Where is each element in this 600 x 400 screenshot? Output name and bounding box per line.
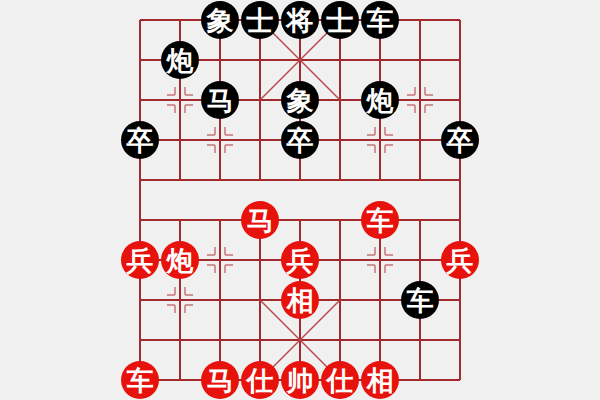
intersection-2-0[interactable]: 象 — [200, 0, 240, 40]
piece-black-chariot[interactable]: 车 — [401, 281, 439, 319]
piece-red-elephant[interactable]: 相 — [281, 281, 319, 319]
intersection-8-0[interactable] — [440, 0, 480, 40]
intersection-7-7[interactable]: 车 — [400, 280, 440, 320]
intersection-6-1[interactable] — [360, 40, 400, 80]
piece-black-elephant[interactable]: 象 — [201, 1, 239, 39]
intersection-5-3[interactable] — [320, 120, 360, 160]
intersection-7-3[interactable] — [400, 120, 440, 160]
piece-black-soldier[interactable]: 卒 — [121, 121, 159, 159]
piece-black-elephant[interactable]: 象 — [281, 81, 319, 119]
intersection-6-2[interactable]: 炮 — [360, 80, 400, 120]
xiangqi-screenshot: 象士将士车炮马象炮卒卒卒马车兵炮兵兵相车车马仕帅仕相 — [0, 0, 600, 400]
intersection-4-4[interactable] — [280, 160, 320, 200]
intersection-1-4[interactable] — [160, 160, 200, 200]
intersection-4-7[interactable]: 相 — [280, 280, 320, 320]
intersection-6-7[interactable] — [360, 280, 400, 320]
intersection-8-7[interactable] — [440, 280, 480, 320]
board-grid: 象士将士车炮马象炮卒卒卒马车兵炮兵兵相车车马仕帅仕相 — [120, 0, 480, 400]
intersection-8-2[interactable] — [440, 80, 480, 120]
intersection-8-3[interactable]: 卒 — [440, 120, 480, 160]
intersection-6-0[interactable]: 车 — [360, 0, 400, 40]
intersection-8-4[interactable] — [440, 160, 480, 200]
intersection-2-7[interactable] — [200, 280, 240, 320]
intersection-5-9[interactable]: 仕 — [320, 360, 360, 400]
intersection-5-7[interactable] — [320, 280, 360, 320]
intersection-1-9[interactable] — [160, 360, 200, 400]
intersection-5-6[interactable] — [320, 240, 360, 280]
intersection-7-5[interactable] — [400, 200, 440, 240]
intersection-8-6[interactable]: 兵 — [440, 240, 480, 280]
intersection-6-8[interactable] — [360, 320, 400, 360]
intersection-2-2[interactable]: 马 — [200, 80, 240, 120]
intersection-3-7[interactable] — [240, 280, 280, 320]
intersection-8-8[interactable] — [440, 320, 480, 360]
intersection-1-8[interactable] — [160, 320, 200, 360]
piece-black-soldier[interactable]: 卒 — [281, 121, 319, 159]
intersection-3-1[interactable] — [240, 40, 280, 80]
intersection-6-9[interactable]: 相 — [360, 360, 400, 400]
piece-red-soldier[interactable]: 兵 — [121, 241, 159, 279]
intersection-6-3[interactable] — [360, 120, 400, 160]
intersection-4-0[interactable]: 将 — [280, 0, 320, 40]
intersection-1-5[interactable] — [160, 200, 200, 240]
piece-red-elephant[interactable]: 相 — [361, 361, 399, 399]
intersection-3-6[interactable] — [240, 240, 280, 280]
piece-black-horse[interactable]: 马 — [201, 81, 239, 119]
intersection-0-0[interactable] — [120, 0, 160, 40]
intersection-0-4[interactable] — [120, 160, 160, 200]
intersection-8-5[interactable] — [440, 200, 480, 240]
intersection-2-8[interactable] — [200, 320, 240, 360]
intersection-4-9[interactable]: 帅 — [280, 360, 320, 400]
intersection-3-9[interactable]: 仕 — [240, 360, 280, 400]
piece-red-chariot[interactable]: 车 — [121, 361, 159, 399]
intersection-3-3[interactable] — [240, 120, 280, 160]
intersection-5-0[interactable]: 士 — [320, 0, 360, 40]
intersection-7-4[interactable] — [400, 160, 440, 200]
intersection-7-8[interactable] — [400, 320, 440, 360]
piece-red-soldier[interactable]: 兵 — [441, 241, 479, 279]
intersection-0-9[interactable]: 车 — [120, 360, 160, 400]
intersection-0-7[interactable] — [120, 280, 160, 320]
piece-red-horse[interactable]: 马 — [201, 361, 239, 399]
piece-red-cannon[interactable]: 炮 — [161, 241, 199, 279]
intersection-4-6[interactable]: 兵 — [280, 240, 320, 280]
intersection-2-5[interactable] — [200, 200, 240, 240]
intersection-2-9[interactable]: 马 — [200, 360, 240, 400]
piece-red-soldier[interactable]: 兵 — [281, 241, 319, 279]
intersection-4-1[interactable] — [280, 40, 320, 80]
piece-black-soldier[interactable]: 卒 — [441, 121, 479, 159]
piece-red-horse[interactable]: 马 — [241, 201, 279, 239]
intersection-1-0[interactable] — [160, 0, 200, 40]
intersection-0-2[interactable] — [120, 80, 160, 120]
intersection-1-7[interactable] — [160, 280, 200, 320]
intersection-1-3[interactable] — [160, 120, 200, 160]
intersection-7-2[interactable] — [400, 80, 440, 120]
piece-black-chariot[interactable]: 车 — [361, 1, 399, 39]
intersection-5-5[interactable] — [320, 200, 360, 240]
piece-black-advisor[interactable]: 士 — [241, 1, 279, 39]
intersection-3-0[interactable]: 士 — [240, 0, 280, 40]
piece-red-advisor[interactable]: 仕 — [321, 361, 359, 399]
intersection-7-9[interactable] — [400, 360, 440, 400]
intersection-6-6[interactable] — [360, 240, 400, 280]
intersection-3-8[interactable] — [240, 320, 280, 360]
intersection-5-8[interactable] — [320, 320, 360, 360]
intersection-0-8[interactable] — [120, 320, 160, 360]
intersection-6-5[interactable]: 车 — [360, 200, 400, 240]
intersection-8-9[interactable] — [440, 360, 480, 400]
piece-black-cannon[interactable]: 炮 — [161, 41, 199, 79]
intersection-4-5[interactable] — [280, 200, 320, 240]
intersection-4-3[interactable]: 卒 — [280, 120, 320, 160]
intersection-0-1[interactable] — [120, 40, 160, 80]
intersection-5-4[interactable] — [320, 160, 360, 200]
intersection-3-4[interactable] — [240, 160, 280, 200]
intersection-3-5[interactable]: 马 — [240, 200, 280, 240]
piece-black-cannon[interactable]: 炮 — [361, 81, 399, 119]
intersection-7-0[interactable] — [400, 0, 440, 40]
intersection-2-3[interactable] — [200, 120, 240, 160]
intersection-0-6[interactable]: 兵 — [120, 240, 160, 280]
piece-black-general[interactable]: 将 — [281, 1, 319, 39]
intersection-5-2[interactable] — [320, 80, 360, 120]
intersection-2-6[interactable] — [200, 240, 240, 280]
piece-black-advisor[interactable]: 士 — [321, 1, 359, 39]
intersection-0-5[interactable] — [120, 200, 160, 240]
intersection-4-2[interactable]: 象 — [280, 80, 320, 120]
intersection-5-1[interactable] — [320, 40, 360, 80]
intersection-4-8[interactable] — [280, 320, 320, 360]
piece-red-chariot[interactable]: 车 — [361, 201, 399, 239]
intersection-1-6[interactable]: 炮 — [160, 240, 200, 280]
piece-red-advisor[interactable]: 仕 — [241, 361, 279, 399]
intersection-0-3[interactable]: 卒 — [120, 120, 160, 160]
intersection-7-1[interactable] — [400, 40, 440, 80]
intersection-7-6[interactable] — [400, 240, 440, 280]
intersection-8-1[interactable] — [440, 40, 480, 80]
intersection-1-2[interactable] — [160, 80, 200, 120]
intersection-2-4[interactable] — [200, 160, 240, 200]
intersection-3-2[interactable] — [240, 80, 280, 120]
xiangqi-board: 象士将士车炮马象炮卒卒卒马车兵炮兵兵相车车马仕帅仕相 — [120, 0, 480, 400]
intersection-1-1[interactable]: 炮 — [160, 40, 200, 80]
intersection-2-1[interactable] — [200, 40, 240, 80]
piece-red-general[interactable]: 帅 — [281, 361, 319, 399]
intersection-6-4[interactable] — [360, 160, 400, 200]
